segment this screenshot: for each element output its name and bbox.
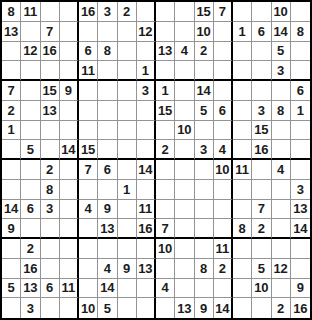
cell-r7c12-empty[interactable]: [214, 121, 233, 141]
cell-r9c13-given: 11: [233, 160, 252, 180]
cell-r11c12-empty[interactable]: [214, 200, 233, 220]
cell-r14c14-given: 5: [252, 259, 271, 279]
cell-r6c9-given: 15: [156, 101, 175, 121]
cell-r15c12-empty[interactable]: [214, 279, 233, 299]
cell-r12c10-empty[interactable]: [175, 219, 194, 239]
cell-r12c16-given: 14: [291, 219, 310, 239]
cell-r1c15-given: 10: [272, 2, 291, 22]
cell-r13c6-empty[interactable]: [98, 239, 117, 259]
cell-r10c16-given: 3: [291, 180, 310, 200]
cell-r2c10-empty[interactable]: [175, 22, 194, 42]
cell-r12c1-given: 9: [2, 219, 21, 239]
cell-r7c9-empty[interactable]: [156, 121, 175, 141]
cell-r16c16-given: 16: [291, 298, 310, 318]
cell-r9c8-given: 14: [137, 160, 156, 180]
cell-r14c10-empty[interactable]: [175, 259, 194, 279]
cell-r12c3-empty[interactable]: [41, 219, 60, 239]
cell-r12c4-empty[interactable]: [60, 219, 79, 239]
cell-r7c7-empty[interactable]: [118, 121, 137, 141]
cell-r5c13-empty[interactable]: [233, 81, 252, 101]
cell-r2c14-given: 6: [252, 22, 271, 42]
cell-r16c15-given: 2: [272, 298, 291, 318]
cell-r10c2-empty[interactable]: [21, 180, 40, 200]
cell-r3c8-empty[interactable]: [137, 42, 156, 62]
cell-r2c2-empty[interactable]: [21, 22, 40, 42]
cell-r3c10-given: 4: [175, 42, 194, 62]
cell-r6c11-given: 5: [195, 101, 214, 121]
cell-r8c7-empty[interactable]: [118, 140, 137, 160]
cell-r1c10-empty[interactable]: [175, 2, 194, 22]
cell-r6c5-empty[interactable]: [79, 101, 98, 121]
cell-r10c15-empty[interactable]: [272, 180, 291, 200]
cell-r6c7-empty[interactable]: [118, 101, 137, 121]
cell-r4c2-empty[interactable]: [21, 61, 40, 81]
cell-r12c14-given: 2: [252, 219, 271, 239]
cell-r8c5-given: 15: [79, 140, 98, 160]
cell-r1c14-empty[interactable]: [252, 2, 271, 22]
cell-r8c14-given: 16: [252, 140, 271, 160]
cell-r1c3-empty[interactable]: [41, 2, 60, 22]
cell-r7c5-empty[interactable]: [79, 121, 98, 141]
sudoku-board: 8111632157101371210161481216681342511137…: [0, 0, 312, 320]
cell-r7c11-empty[interactable]: [195, 121, 214, 141]
cell-r13c14-empty[interactable]: [252, 239, 271, 259]
cell-r1c11-given: 15: [195, 2, 214, 22]
cell-r15c1-given: 5: [2, 279, 21, 299]
cell-r10c4-empty[interactable]: [60, 180, 79, 200]
cell-r15c14-given: 10: [252, 279, 271, 299]
cell-r2c16-given: 8: [291, 22, 310, 42]
cell-r12c15-empty[interactable]: [272, 219, 291, 239]
cell-r15c9-given: 4: [156, 279, 175, 299]
cell-r8c15-empty[interactable]: [272, 140, 291, 160]
cell-r10c8-empty[interactable]: [137, 180, 156, 200]
cell-r16c6-given: 5: [98, 298, 117, 318]
cell-r14c1-empty[interactable]: [2, 259, 21, 279]
cell-r6c14-given: 3: [252, 101, 271, 121]
cell-r9c4-empty[interactable]: [60, 160, 79, 180]
cell-r3c14-empty[interactable]: [252, 42, 271, 62]
cell-r16c13-empty[interactable]: [233, 298, 252, 318]
cell-r3c16-empty[interactable]: [291, 42, 310, 62]
cell-r9c3-given: 2: [41, 160, 60, 180]
cell-r5c4-given: 9: [60, 81, 79, 101]
cell-r8c16-empty[interactable]: [291, 140, 310, 160]
cell-r8c4-given: 14: [60, 140, 79, 160]
cell-r11c11-empty[interactable]: [195, 200, 214, 220]
cell-r13c7-empty[interactable]: [118, 239, 137, 259]
cell-r4c5-given: 11: [79, 61, 98, 81]
cell-r3c9-given: 13: [156, 42, 175, 62]
cell-r9c15-given: 4: [272, 160, 291, 180]
cell-r15c8-empty[interactable]: [137, 279, 156, 299]
cell-r12c6-given: 13: [98, 219, 117, 239]
cell-r8c1-empty[interactable]: [2, 140, 21, 160]
cell-r5c6-empty[interactable]: [98, 81, 117, 101]
cell-r6c12-given: 6: [214, 101, 233, 121]
cell-r4c10-empty[interactable]: [175, 61, 194, 81]
cell-r15c11-empty[interactable]: [195, 279, 214, 299]
cell-r3c11-given: 2: [195, 42, 214, 62]
cell-r10c6-empty[interactable]: [98, 180, 117, 200]
cell-r7c4-empty[interactable]: [60, 121, 79, 141]
cell-r7c3-empty[interactable]: [41, 121, 60, 141]
cell-r1c12-given: 7: [214, 2, 233, 22]
cell-r7c10-given: 10: [175, 121, 194, 141]
cell-r4c1-empty[interactable]: [2, 61, 21, 81]
cell-r8c10-empty[interactable]: [175, 140, 194, 160]
cell-r9c2-empty[interactable]: [21, 160, 40, 180]
cell-r10c9-empty[interactable]: [156, 180, 175, 200]
cell-r14c15-given: 12: [272, 259, 291, 279]
cell-r12c13-given: 8: [233, 219, 252, 239]
cell-r15c3-given: 6: [41, 279, 60, 299]
cell-r13c4-empty[interactable]: [60, 239, 79, 259]
cell-r13c13-empty[interactable]: [233, 239, 252, 259]
cell-r6c15-given: 8: [272, 101, 291, 121]
cell-r11c4-empty[interactable]: [60, 200, 79, 220]
cell-r9c6-given: 6: [98, 160, 117, 180]
cell-r8c12-given: 4: [214, 140, 233, 160]
cell-r9c5-given: 7: [79, 160, 98, 180]
cell-r2c13-given: 1: [233, 22, 252, 42]
cell-r11c9-empty[interactable]: [156, 200, 175, 220]
cell-r6c3-given: 13: [41, 101, 60, 121]
cell-r15c16-given: 9: [291, 279, 310, 299]
cell-r1c16-empty[interactable]: [291, 2, 310, 22]
cell-r16c9-empty[interactable]: [156, 298, 175, 318]
cell-r1c8-empty[interactable]: [137, 2, 156, 22]
cell-r13c9-given: 10: [156, 239, 175, 259]
cell-r8c6-empty[interactable]: [98, 140, 117, 160]
cell-r14c6-given: 4: [98, 259, 117, 279]
cell-r14c8-given: 13: [137, 259, 156, 279]
cell-r5c1-given: 7: [2, 81, 21, 101]
cell-r5c16-given: 6: [291, 81, 310, 101]
cell-r4c13-empty[interactable]: [233, 61, 252, 81]
cell-r14c11-given: 8: [195, 259, 214, 279]
cell-r14c4-empty[interactable]: [60, 259, 79, 279]
cell-r6c8-empty[interactable]: [137, 101, 156, 121]
cell-r16c8-empty[interactable]: [137, 298, 156, 318]
cell-r13c2-given: 2: [21, 239, 40, 259]
cell-r15c7-empty[interactable]: [118, 279, 137, 299]
cell-r4c7-empty[interactable]: [118, 61, 137, 81]
cell-r13c1-empty[interactable]: [2, 239, 21, 259]
cell-r13c3-empty[interactable]: [41, 239, 60, 259]
cell-r10c12-empty[interactable]: [214, 180, 233, 200]
cell-r2c9-empty[interactable]: [156, 22, 175, 42]
cell-r2c7-empty[interactable]: [118, 22, 137, 42]
cell-r5c9-given: 1: [156, 81, 175, 101]
cell-r14c9-empty[interactable]: [156, 259, 175, 279]
cell-r8c13-empty[interactable]: [233, 140, 252, 160]
cell-r4c3-empty[interactable]: [41, 61, 60, 81]
cell-r16c3-empty[interactable]: [41, 298, 60, 318]
cell-r11c7-empty[interactable]: [118, 200, 137, 220]
cell-r5c3-given: 15: [41, 81, 60, 101]
cell-r3c3-given: 16: [41, 42, 60, 62]
cell-r10c10-empty[interactable]: [175, 180, 194, 200]
cell-r10c5-empty[interactable]: [79, 180, 98, 200]
cell-r3c12-empty[interactable]: [214, 42, 233, 62]
cell-r13c15-empty[interactable]: [272, 239, 291, 259]
cell-r4c12-empty[interactable]: [214, 61, 233, 81]
cell-r5c11-given: 14: [195, 81, 214, 101]
cell-r11c8-given: 11: [137, 200, 156, 220]
cell-r9c11-empty[interactable]: [195, 160, 214, 180]
cell-r15c2-given: 13: [21, 279, 40, 299]
cell-r10c1-empty[interactable]: [2, 180, 21, 200]
cell-r11c10-empty[interactable]: [175, 200, 194, 220]
cell-r15c10-empty[interactable]: [175, 279, 194, 299]
cell-r3c15-given: 5: [272, 42, 291, 62]
cell-r6c4-empty[interactable]: [60, 101, 79, 121]
cell-r4c6-empty[interactable]: [98, 61, 117, 81]
cell-r12c8-given: 16: [137, 219, 156, 239]
cell-r1c6-given: 3: [98, 2, 117, 22]
cell-r15c6-given: 14: [98, 279, 117, 299]
cell-r16c11-given: 9: [195, 298, 214, 318]
cell-r11c15-empty[interactable]: [272, 200, 291, 220]
cell-r12c5-empty[interactable]: [79, 219, 98, 239]
cell-r8c2-given: 5: [21, 140, 40, 160]
cell-r2c11-given: 10: [195, 22, 214, 42]
cell-r9c7-empty[interactable]: [118, 160, 137, 180]
cell-r7c6-empty[interactable]: [98, 121, 117, 141]
cell-r11c2-given: 6: [21, 200, 40, 220]
cell-r15c15-empty[interactable]: [272, 279, 291, 299]
cell-r6c16-given: 1: [291, 101, 310, 121]
cell-r2c15-given: 14: [272, 22, 291, 42]
cell-r6c6-empty[interactable]: [98, 101, 117, 121]
cell-r3c4-empty[interactable]: [60, 42, 79, 62]
cell-r2c4-empty[interactable]: [60, 22, 79, 42]
cell-r1c5-given: 16: [79, 2, 98, 22]
cell-r12c9-given: 7: [156, 219, 175, 239]
cell-r5c7-empty[interactable]: [118, 81, 137, 101]
cell-r15c13-empty[interactable]: [233, 279, 252, 299]
cell-r2c8-given: 12: [137, 22, 156, 42]
cell-r10c3-given: 8: [41, 180, 60, 200]
cell-r3c5-given: 6: [79, 42, 98, 62]
cell-r1c13-empty[interactable]: [233, 2, 252, 22]
cell-r11c16-given: 13: [291, 200, 310, 220]
cell-r1c1-given: 8: [2, 2, 21, 22]
cell-r4c11-empty[interactable]: [195, 61, 214, 81]
cell-r16c2-given: 3: [21, 298, 40, 318]
cell-r11c3-given: 3: [41, 200, 60, 220]
cell-r7c14-given: 15: [252, 121, 271, 141]
cell-r9c12-given: 10: [214, 160, 233, 180]
cell-r14c13-empty[interactable]: [233, 259, 252, 279]
cell-r4c8-given: 1: [137, 61, 156, 81]
cell-r13c8-empty[interactable]: [137, 239, 156, 259]
cell-r11c1-given: 14: [2, 200, 21, 220]
cell-r7c15-empty[interactable]: [272, 121, 291, 141]
cell-r4c4-empty[interactable]: [60, 61, 79, 81]
cell-r8c9-given: 2: [156, 140, 175, 160]
cell-r3c2-given: 12: [21, 42, 40, 62]
cell-r14c2-given: 16: [21, 259, 40, 279]
cell-r12c11-empty[interactable]: [195, 219, 214, 239]
cell-r6c13-empty[interactable]: [233, 101, 252, 121]
cell-r5c10-empty[interactable]: [175, 81, 194, 101]
cell-r13c11-empty[interactable]: [195, 239, 214, 259]
cell-r5c12-empty[interactable]: [214, 81, 233, 101]
cell-r12c7-empty[interactable]: [118, 219, 137, 239]
cell-r2c6-empty[interactable]: [98, 22, 117, 42]
cell-r16c7-empty[interactable]: [118, 298, 137, 318]
cell-r2c12-empty[interactable]: [214, 22, 233, 42]
cell-r7c1-given: 1: [2, 121, 21, 141]
cell-r7c16-empty[interactable]: [291, 121, 310, 141]
cell-r11c14-given: 7: [252, 200, 271, 220]
cell-r5c15-empty[interactable]: [272, 81, 291, 101]
cell-r3c6-given: 8: [98, 42, 117, 62]
cell-r3c13-empty[interactable]: [233, 42, 252, 62]
cell-r14c7-given: 9: [118, 259, 137, 279]
cell-r16c1-empty[interactable]: [2, 298, 21, 318]
cell-r2c5-empty[interactable]: [79, 22, 98, 42]
cell-r1c9-empty[interactable]: [156, 2, 175, 22]
cell-r3c1-empty[interactable]: [2, 42, 21, 62]
cell-r16c14-empty[interactable]: [252, 298, 271, 318]
cell-r14c5-empty[interactable]: [79, 259, 98, 279]
cell-r7c8-empty[interactable]: [137, 121, 156, 141]
cell-r16c12-given: 14: [214, 298, 233, 318]
cell-r1c4-empty[interactable]: [60, 2, 79, 22]
cell-r8c11-given: 3: [195, 140, 214, 160]
cell-r9c1-empty[interactable]: [2, 160, 21, 180]
cell-r1c2-given: 11: [21, 2, 40, 22]
cell-r5c2-empty[interactable]: [21, 81, 40, 101]
cell-r15c5-empty[interactable]: [79, 279, 98, 299]
cell-r6c2-empty[interactable]: [21, 101, 40, 121]
cell-r4c14-empty[interactable]: [252, 61, 271, 81]
cell-r7c13-empty[interactable]: [233, 121, 252, 141]
cell-r11c6-given: 9: [98, 200, 117, 220]
cell-r10c7-given: 1: [118, 180, 137, 200]
cell-r3c7-empty[interactable]: [118, 42, 137, 62]
cell-r6c10-empty[interactable]: [175, 101, 194, 121]
cell-r16c10-given: 13: [175, 298, 194, 318]
cell-r9c9-empty[interactable]: [156, 160, 175, 180]
cell-r11c13-empty[interactable]: [233, 200, 252, 220]
cell-r9c14-empty[interactable]: [252, 160, 271, 180]
cell-r13c12-given: 11: [214, 239, 233, 259]
cell-r16c4-empty[interactable]: [60, 298, 79, 318]
cell-r9c16-empty[interactable]: [291, 160, 310, 180]
cell-r12c2-empty[interactable]: [21, 219, 40, 239]
cell-r5c5-empty[interactable]: [79, 81, 98, 101]
cell-r14c12-given: 2: [214, 259, 233, 279]
cell-r16c5-given: 10: [79, 298, 98, 318]
cell-r8c8-empty[interactable]: [137, 140, 156, 160]
cell-r10c11-empty[interactable]: [195, 180, 214, 200]
cell-r2c3-given: 7: [41, 22, 60, 42]
cell-r14c16-empty[interactable]: [291, 259, 310, 279]
cell-r12c12-empty[interactable]: [214, 219, 233, 239]
cell-r1c7-given: 2: [118, 2, 137, 22]
cell-r5c8-given: 3: [137, 81, 156, 101]
cell-r10c14-empty[interactable]: [252, 180, 271, 200]
cell-r10c13-empty[interactable]: [233, 180, 252, 200]
cell-r14c3-empty[interactable]: [41, 259, 60, 279]
cell-r4c16-empty[interactable]: [291, 61, 310, 81]
cell-r5c14-empty[interactable]: [252, 81, 271, 101]
cell-r9c10-empty[interactable]: [175, 160, 194, 180]
cell-r13c5-empty[interactable]: [79, 239, 98, 259]
cell-r11c5-given: 4: [79, 200, 98, 220]
cell-r13c10-empty[interactable]: [175, 239, 194, 259]
cell-r4c9-empty[interactable]: [156, 61, 175, 81]
cell-r13c16-empty[interactable]: [291, 239, 310, 259]
cell-r7c2-empty[interactable]: [21, 121, 40, 141]
cell-r8c3-empty[interactable]: [41, 140, 60, 160]
cell-r6c1-given: 2: [2, 101, 21, 121]
cell-r4c15-given: 3: [272, 61, 291, 81]
cell-r15c4-given: 11: [60, 279, 79, 299]
cell-r2c1-given: 13: [2, 22, 21, 42]
